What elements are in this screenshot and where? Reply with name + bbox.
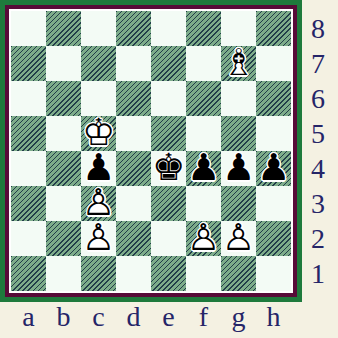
rank-labels: 87654321	[302, 11, 334, 291]
square-d6	[116, 81, 151, 116]
file-label-h: h	[256, 300, 291, 334]
rank-label-7: 7	[302, 46, 334, 81]
square-e1	[151, 256, 186, 291]
square-h6	[256, 81, 291, 116]
square-e6	[151, 81, 186, 116]
piece-wB-g7: ♝♗	[221, 46, 256, 81]
square-a4	[11, 151, 46, 186]
square-f6	[186, 81, 221, 116]
square-a3	[11, 186, 46, 221]
square-g1	[221, 256, 256, 291]
file-label-e: e	[151, 300, 186, 334]
rank-label-8: 8	[302, 11, 334, 46]
square-h3	[256, 186, 291, 221]
square-f1	[186, 256, 221, 291]
piece-bP-h4: ♟	[256, 151, 291, 186]
rank-label-5: 5	[302, 116, 334, 151]
file-label-d: d	[116, 300, 151, 334]
square-e3	[151, 186, 186, 221]
square-c7	[81, 46, 116, 81]
piece-bK-e4: ♚	[151, 151, 186, 186]
square-h7	[256, 46, 291, 81]
square-h4: ♟	[256, 151, 291, 186]
square-a5	[11, 116, 46, 151]
square-f7	[186, 46, 221, 81]
piece-wP-g2: ♟♙	[221, 221, 256, 256]
square-d3	[116, 186, 151, 221]
square-a7	[11, 46, 46, 81]
square-f2: ♟♙	[186, 221, 221, 256]
square-f8	[186, 11, 221, 46]
file-label-f: f	[186, 300, 221, 334]
square-c2: ♟♙	[81, 221, 116, 256]
board: ♝♗♚♔♟♚♟♟♟♟♙♟♙♟♙♟♙	[11, 11, 291, 291]
square-d1	[116, 256, 151, 291]
square-c8	[81, 11, 116, 46]
chess-diagram: ♝♗♚♔♟♚♟♟♟♟♙♟♙♟♙♟♙ 87654321 abcdefgh	[0, 0, 338, 338]
square-a8	[11, 11, 46, 46]
piece-bP-f4: ♟	[186, 151, 221, 186]
square-a1	[11, 256, 46, 291]
square-e2	[151, 221, 186, 256]
square-b5	[46, 116, 81, 151]
square-d4	[116, 151, 151, 186]
file-labels: abcdefgh	[11, 300, 291, 334]
file-label-b: b	[46, 300, 81, 334]
rank-label-2: 2	[302, 221, 334, 256]
square-a2	[11, 221, 46, 256]
file-label-a: a	[11, 300, 46, 334]
square-b1	[46, 256, 81, 291]
square-e8	[151, 11, 186, 46]
rank-label-3: 3	[302, 186, 334, 221]
square-a6	[11, 81, 46, 116]
file-label-g: g	[221, 300, 256, 334]
square-b8	[46, 11, 81, 46]
square-b7	[46, 46, 81, 81]
square-h2	[256, 221, 291, 256]
piece-bP-g4: ♟	[221, 151, 256, 186]
file-label-c: c	[81, 300, 116, 334]
board-frame-outer: ♝♗♚♔♟♚♟♟♟♟♙♟♙♟♙♟♙	[0, 0, 302, 302]
square-f4: ♟	[186, 151, 221, 186]
square-b6	[46, 81, 81, 116]
board-frame-inner: ♝♗♚♔♟♚♟♟♟♟♙♟♙♟♙♟♙	[5, 5, 297, 297]
square-h1	[256, 256, 291, 291]
square-g2: ♟♙	[221, 221, 256, 256]
piece-wP-f2: ♟♙	[186, 221, 221, 256]
square-e7	[151, 46, 186, 81]
piece-wP-c2: ♟♙	[81, 221, 116, 256]
square-e4: ♚	[151, 151, 186, 186]
square-d7	[116, 46, 151, 81]
square-g4: ♟	[221, 151, 256, 186]
square-g6	[221, 81, 256, 116]
rank-label-1: 1	[302, 256, 334, 291]
square-b2	[46, 221, 81, 256]
rank-label-4: 4	[302, 151, 334, 186]
square-c1	[81, 256, 116, 291]
rank-label-6: 6	[302, 81, 334, 116]
square-b3	[46, 186, 81, 221]
square-d2	[116, 221, 151, 256]
board-pad: ♝♗♚♔♟♚♟♟♟♟♙♟♙♟♙♟♙	[9, 9, 293, 293]
square-b4	[46, 151, 81, 186]
square-d5	[116, 116, 151, 151]
square-h8	[256, 11, 291, 46]
square-d8	[116, 11, 151, 46]
square-g7: ♝♗	[221, 46, 256, 81]
